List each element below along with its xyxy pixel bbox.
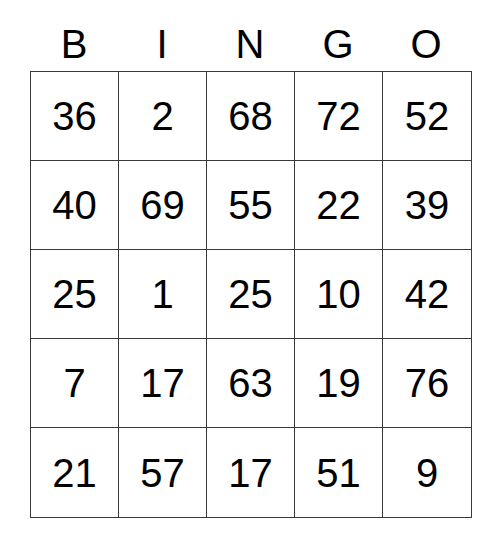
bingo-card-body: B I N G O 36 2 68 72 52 40 69 55 22 39 2… bbox=[30, 0, 472, 518]
bingo-cell-r2c2[interactable]: 69 bbox=[119, 161, 207, 250]
bingo-cell-r5c1[interactable]: 21 bbox=[31, 428, 119, 517]
bingo-cell-r4c2[interactable]: 17 bbox=[119, 339, 207, 428]
header-letter-g: G bbox=[294, 0, 382, 71]
header-letter-n: N bbox=[206, 0, 294, 71]
header-letter-b: B bbox=[30, 0, 118, 71]
bingo-cell-r1c3[interactable]: 68 bbox=[207, 72, 295, 161]
bingo-card: B I N G O 36 2 68 72 52 40 69 55 22 39 2… bbox=[0, 0, 500, 544]
bingo-cell-r2c1[interactable]: 40 bbox=[31, 161, 119, 250]
bingo-cell-r1c5[interactable]: 52 bbox=[383, 72, 471, 161]
bingo-grid: 36 2 68 72 52 40 69 55 22 39 25 1 25 10 … bbox=[30, 71, 472, 518]
bingo-cell-r3c1[interactable]: 25 bbox=[31, 250, 119, 339]
bingo-header: B I N G O bbox=[30, 0, 472, 71]
bingo-cell-r2c5[interactable]: 39 bbox=[383, 161, 471, 250]
bingo-cell-r2c4[interactable]: 22 bbox=[295, 161, 383, 250]
bingo-cell-r5c3[interactable]: 17 bbox=[207, 428, 295, 517]
bingo-cell-r3c4[interactable]: 10 bbox=[295, 250, 383, 339]
bingo-cell-r4c5[interactable]: 76 bbox=[383, 339, 471, 428]
bingo-cell-r4c1[interactable]: 7 bbox=[31, 339, 119, 428]
bingo-cell-r5c2[interactable]: 57 bbox=[119, 428, 207, 517]
bingo-cell-r2c3[interactable]: 55 bbox=[207, 161, 295, 250]
bingo-cell-r3c2[interactable]: 1 bbox=[119, 250, 207, 339]
bingo-cell-r1c2[interactable]: 2 bbox=[119, 72, 207, 161]
bingo-cell-r1c4[interactable]: 72 bbox=[295, 72, 383, 161]
bingo-cell-r5c4[interactable]: 51 bbox=[295, 428, 383, 517]
bingo-cell-r3c5[interactable]: 42 bbox=[383, 250, 471, 339]
bingo-cell-r3c3[interactable]: 25 bbox=[207, 250, 295, 339]
header-letter-o: O bbox=[382, 0, 470, 71]
header-letter-i: I bbox=[118, 0, 206, 71]
bingo-cell-r4c3[interactable]: 63 bbox=[207, 339, 295, 428]
bingo-cell-r5c5[interactable]: 9 bbox=[383, 428, 471, 517]
bingo-cell-r1c1[interactable]: 36 bbox=[31, 72, 119, 161]
bingo-cell-r4c4[interactable]: 19 bbox=[295, 339, 383, 428]
